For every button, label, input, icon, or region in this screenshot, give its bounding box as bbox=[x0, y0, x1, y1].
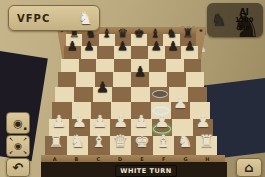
file-label: E bbox=[140, 156, 143, 162]
chess-piece-black-p[interactable]: ♟ bbox=[67, 40, 78, 52]
board-square[interactable] bbox=[58, 72, 76, 87]
chess-piece-white-n[interactable]: ♞ bbox=[70, 133, 85, 150]
board-square[interactable] bbox=[79, 59, 97, 73]
move-target-ring[interactable] bbox=[152, 90, 168, 98]
player-white-button[interactable]: VFPC ♞ bbox=[8, 5, 100, 31]
board-square[interactable] bbox=[112, 87, 131, 103]
chess-piece-white-p[interactable]: ♟ bbox=[52, 114, 67, 130]
chess-piece-white-p[interactable]: ♟ bbox=[134, 114, 149, 130]
undo-icon: ↶ bbox=[13, 161, 24, 174]
arrow-up-left-icon: ↖ bbox=[9, 137, 13, 142]
chess-piece-white-r[interactable]: ♜ bbox=[48, 133, 63, 150]
chess-piece-white-b[interactable]: ♝ bbox=[91, 133, 106, 150]
board-square[interactable] bbox=[149, 59, 167, 73]
chess-piece-white-r[interactable]: ♜ bbox=[199, 133, 214, 150]
ai-elo-label: 1200 Elo bbox=[229, 17, 259, 32]
file-label: B bbox=[75, 156, 79, 162]
chess-piece-black-p[interactable]: ♟ bbox=[134, 65, 146, 79]
board-square[interactable] bbox=[131, 46, 148, 59]
lock-badge-icon: ▪ bbox=[24, 126, 27, 131]
arrow-down-left-icon: ↙ bbox=[9, 150, 13, 155]
chess-piece-white-p[interactable]: ♟ bbox=[93, 114, 108, 130]
ai-opponent-panel[interactable]: ♞ AI 1200 Elo bbox=[207, 3, 263, 37]
chess-piece-black-p[interactable]: ♟ bbox=[117, 40, 128, 52]
home-button[interactable]: ⌂ bbox=[236, 158, 262, 177]
file-label: C bbox=[96, 156, 100, 162]
camera-lock-button[interactable]: ◉ ▪ bbox=[6, 112, 30, 134]
arrow-down-right-icon: ↘ bbox=[23, 150, 27, 155]
board-square[interactable] bbox=[184, 59, 202, 73]
arrow-up-right-icon: ↗ bbox=[23, 137, 27, 142]
board-square[interactable] bbox=[149, 72, 167, 87]
board-square[interactable] bbox=[76, 72, 94, 87]
chess-piece-black-p[interactable]: ♟ bbox=[83, 40, 94, 52]
board-square[interactable] bbox=[186, 72, 204, 87]
board-square[interactable] bbox=[96, 59, 114, 73]
chess-piece-black-p[interactable]: ♟ bbox=[184, 40, 195, 52]
white-knight-icon: ♞ bbox=[78, 10, 93, 27]
chess-piece-white-p[interactable]: ♟ bbox=[113, 114, 128, 130]
undo-button[interactable]: ↶ bbox=[6, 158, 30, 177]
game-scene: ♞ ♜ ♟ ♞ ABCDEFGH ♜♞♝♛♚♝♞♜♟♟♟♟♟♟♟♟♟♟♟♟♟♟♟… bbox=[0, 0, 265, 177]
eye-pan-icon: ◉ bbox=[14, 142, 22, 151]
file-label: D bbox=[118, 156, 122, 162]
chess-piece-black-p[interactable]: ♟ bbox=[167, 40, 178, 52]
board-square[interactable] bbox=[61, 59, 79, 73]
black-knight-icon: ♞ bbox=[211, 12, 226, 29]
chess-piece-black-p[interactable]: ♟ bbox=[96, 80, 109, 95]
file-label: F bbox=[162, 156, 165, 162]
chess-piece-white-k[interactable]: ♚ bbox=[134, 133, 149, 150]
board-square[interactable] bbox=[113, 72, 131, 87]
free-look-button[interactable]: ◉ ↖ ↗ ↙ ↘ bbox=[6, 135, 30, 157]
board-square[interactable] bbox=[97, 46, 114, 59]
turn-indicator: WHITE TURN bbox=[115, 165, 177, 177]
chess-piece-white-n[interactable]: ♞ bbox=[177, 133, 192, 150]
chess-piece-white-p[interactable]: ♟ bbox=[155, 114, 170, 130]
file-label: A bbox=[53, 156, 57, 162]
board-square[interactable] bbox=[114, 59, 132, 73]
chess-piece-white-p[interactable]: ♟ bbox=[174, 96, 188, 111]
chess-piece-black-k[interactable]: ♚ bbox=[134, 28, 145, 40]
file-label: H bbox=[205, 156, 209, 162]
turn-text: WHITE TURN bbox=[120, 167, 171, 175]
board-square[interactable] bbox=[188, 87, 207, 103]
board-square[interactable] bbox=[55, 87, 74, 103]
eye-lock-icon: ◉ bbox=[13, 118, 23, 129]
home-icon: ⌂ bbox=[244, 161, 253, 174]
board-square[interactable] bbox=[166, 59, 184, 73]
chess-piece-white-q[interactable]: ♛ bbox=[113, 133, 128, 150]
chess-piece-white-p[interactable]: ♟ bbox=[72, 114, 87, 130]
chess-piece-black-p[interactable]: ♟ bbox=[151, 40, 162, 52]
board-square[interactable] bbox=[131, 87, 150, 103]
file-label: G bbox=[183, 156, 187, 162]
board-square[interactable] bbox=[74, 87, 93, 103]
chess-piece-white-p[interactable]: ♟ bbox=[196, 114, 211, 130]
chess-piece-white-b[interactable]: ♝ bbox=[156, 133, 171, 150]
chess-piece-black-b[interactable]: ♝ bbox=[101, 28, 112, 40]
board-square[interactable] bbox=[167, 72, 185, 87]
player-white-name: VFPC bbox=[17, 13, 50, 24]
